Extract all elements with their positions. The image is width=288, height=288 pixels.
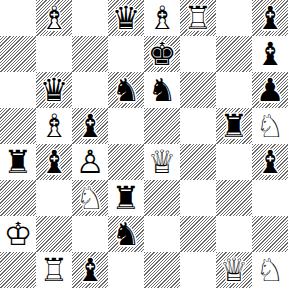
square-a2[interactable]: ♚♔ [0,216,36,252]
square-c2[interactable] [72,216,108,252]
square-g1[interactable]: ♛♕ [216,252,252,288]
square-c8[interactable] [72,0,108,36]
square-a3[interactable] [0,180,36,216]
square-g5[interactable]: ♜♜ [216,108,252,144]
square-e8[interactable]: ♝♗ [144,0,180,36]
black-rook[interactable]: ♜♜ [216,108,252,144]
square-e4[interactable]: ♛♕ [144,144,180,180]
black-king[interactable]: ♚♚ [144,36,180,72]
white-rook[interactable]: ♜♖ [180,0,216,36]
square-c3[interactable]: ♞♘ [72,180,108,216]
square-d2[interactable]: ♞♞ [108,216,144,252]
white-queen[interactable]: ♛♕ [216,252,252,288]
square-e3[interactable] [144,180,180,216]
square-b5[interactable]: ♝♗ [36,108,72,144]
square-h1[interactable]: ♞♘ [252,252,288,288]
black-queen[interactable]: ♛♛ [108,0,144,36]
square-c5[interactable]: ♝♝ [72,108,108,144]
black-rook[interactable]: ♜♜ [0,144,36,180]
square-h5[interactable]: ♞♘ [252,108,288,144]
square-c1[interactable]: ♝♝ [72,252,108,288]
square-h6[interactable]: ♟♟ [252,72,288,108]
square-a7[interactable] [0,36,36,72]
black-bishop[interactable]: ♝♝ [72,252,108,288]
square-g4[interactable] [216,144,252,180]
square-h3[interactable] [252,180,288,216]
square-d3[interactable]: ♜♜ [108,180,144,216]
square-b7[interactable] [36,36,72,72]
black-queen[interactable]: ♛♛ [36,72,72,108]
white-bishop[interactable]: ♝♗ [144,0,180,36]
square-b3[interactable] [36,180,72,216]
square-f3[interactable] [180,180,216,216]
square-e7[interactable]: ♚♚ [144,36,180,72]
square-b2[interactable] [36,216,72,252]
white-king[interactable]: ♚♔ [0,216,36,252]
square-e5[interactable] [144,108,180,144]
square-d6[interactable]: ♞♞ [108,72,144,108]
square-d5[interactable] [108,108,144,144]
square-c4[interactable]: ♟♙ [72,144,108,180]
square-a6[interactable] [0,72,36,108]
square-h2[interactable] [252,216,288,252]
square-d4[interactable] [108,144,144,180]
square-e1[interactable] [144,252,180,288]
square-a8[interactable] [0,0,36,36]
square-f6[interactable] [180,72,216,108]
square-d8[interactable]: ♛♛ [108,0,144,36]
black-bishop[interactable]: ♝♝ [72,108,108,144]
square-g8[interactable] [216,0,252,36]
square-f1[interactable] [180,252,216,288]
square-f7[interactable] [180,36,216,72]
black-knight[interactable]: ♞♞ [144,72,180,108]
square-f5[interactable] [180,108,216,144]
white-bishop[interactable]: ♝♗ [36,0,72,36]
square-f4[interactable] [180,144,216,180]
white-knight[interactable]: ♞♘ [72,180,108,216]
black-knight[interactable]: ♞♞ [108,72,144,108]
square-e6[interactable]: ♞♞ [144,72,180,108]
square-b1[interactable]: ♜♖ [36,252,72,288]
square-b6[interactable]: ♛♛ [36,72,72,108]
square-a4[interactable]: ♜♜ [0,144,36,180]
black-bishop[interactable]: ♝♝ [252,144,288,180]
black-bishop[interactable]: ♝♝ [36,144,72,180]
black-bishop[interactable]: ♝♝ [252,36,288,72]
black-knight[interactable]: ♞♞ [108,216,144,252]
square-h8[interactable]: ♝♝ [252,0,288,36]
square-f8[interactable]: ♜♖ [180,0,216,36]
black-rook[interactable]: ♜♜ [108,180,144,216]
white-bishop[interactable]: ♝♗ [36,108,72,144]
chess-board: ♝♗♛♛♝♗♜♖♝♝♚♚♝♝♛♛♞♞♞♞♟♟♝♗♝♝♜♜♞♘♜♜♝♝♟♙♛♕♝♝… [0,0,288,288]
square-g7[interactable] [216,36,252,72]
white-pawn[interactable]: ♟♙ [72,144,108,180]
white-knight[interactable]: ♞♘ [252,252,288,288]
square-g2[interactable] [216,216,252,252]
square-h7[interactable]: ♝♝ [252,36,288,72]
black-bishop[interactable]: ♝♝ [252,0,288,36]
square-a5[interactable] [0,108,36,144]
square-h4[interactable]: ♝♝ [252,144,288,180]
square-g3[interactable] [216,180,252,216]
square-c7[interactable] [72,36,108,72]
white-queen[interactable]: ♛♕ [144,144,180,180]
square-e2[interactable] [144,216,180,252]
square-d7[interactable] [108,36,144,72]
square-c6[interactable] [72,72,108,108]
white-rook[interactable]: ♜♖ [36,252,72,288]
square-g6[interactable] [216,72,252,108]
square-d1[interactable] [108,252,144,288]
black-pawn[interactable]: ♟♟ [252,72,288,108]
white-knight[interactable]: ♞♘ [252,108,288,144]
square-b8[interactable]: ♝♗ [36,0,72,36]
square-a1[interactable] [0,252,36,288]
square-f2[interactable] [180,216,216,252]
square-b4[interactable]: ♝♝ [36,144,72,180]
